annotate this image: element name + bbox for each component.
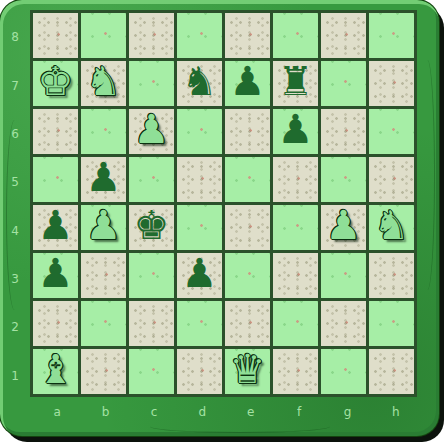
file-label-c: c xyxy=(130,400,178,424)
frame-texture xyxy=(420,60,435,290)
square-f4[interactable] xyxy=(273,205,318,250)
rank-label-4: 4 xyxy=(0,207,30,255)
square-g8[interactable] xyxy=(321,13,366,58)
square-h5[interactable] xyxy=(369,157,414,202)
square-f2[interactable] xyxy=(273,301,318,346)
piece-white-pawn[interactable]: ♟ xyxy=(86,203,122,248)
file-label-h: h xyxy=(372,400,420,424)
rank-label-2: 2 xyxy=(0,303,30,351)
square-a7[interactable]: ♚ xyxy=(33,61,78,106)
square-f8[interactable] xyxy=(273,13,318,58)
square-h1[interactable] xyxy=(369,349,414,394)
piece-white-pawn[interactable]: ♟ xyxy=(134,107,170,152)
square-e7[interactable]: ♟ xyxy=(225,61,270,106)
piece-white-king[interactable]: ♚ xyxy=(38,59,74,104)
piece-black-pawn[interactable]: ♟ xyxy=(182,251,218,296)
square-g4[interactable]: ♟ xyxy=(321,205,366,250)
square-d5[interactable] xyxy=(177,157,222,202)
square-e4[interactable] xyxy=(225,205,270,250)
square-a3[interactable]: ♟ xyxy=(33,253,78,298)
file-label-e: e xyxy=(227,400,275,424)
square-b8[interactable] xyxy=(81,13,126,58)
square-h6[interactable] xyxy=(369,109,414,154)
square-d7[interactable]: ♞ xyxy=(177,61,222,106)
square-g1[interactable] xyxy=(321,349,366,394)
square-e6[interactable] xyxy=(225,109,270,154)
square-d1[interactable] xyxy=(177,349,222,394)
square-e2[interactable] xyxy=(225,301,270,346)
square-c5[interactable] xyxy=(129,157,174,202)
square-g5[interactable] xyxy=(321,157,366,202)
square-c4[interactable]: ♚ xyxy=(129,205,174,250)
square-g2[interactable] xyxy=(321,301,366,346)
file-label-g: g xyxy=(323,400,371,424)
square-c3[interactable] xyxy=(129,253,174,298)
rank-label-7: 7 xyxy=(0,61,30,109)
square-d6[interactable] xyxy=(177,109,222,154)
file-label-f: f xyxy=(275,400,323,424)
piece-black-pawn[interactable]: ♟ xyxy=(86,155,122,200)
square-h2[interactable] xyxy=(369,301,414,346)
square-c7[interactable] xyxy=(129,61,174,106)
square-b2[interactable] xyxy=(81,301,126,346)
square-e3[interactable] xyxy=(225,253,270,298)
file-label-a: a xyxy=(33,400,81,424)
square-a2[interactable] xyxy=(33,301,78,346)
piece-black-pawn[interactable]: ♟ xyxy=(230,59,266,104)
square-c2[interactable] xyxy=(129,301,174,346)
piece-white-knight[interactable]: ♞ xyxy=(374,203,410,248)
square-b5[interactable]: ♟ xyxy=(81,157,126,202)
square-a5[interactable] xyxy=(33,157,78,202)
square-e8[interactable] xyxy=(225,13,270,58)
square-d2[interactable] xyxy=(177,301,222,346)
square-h7[interactable] xyxy=(369,61,414,106)
board-frame: 87654321 ♚♞♞♟♜♟♟♟♟♟♚♟♞♟♟♝♛ abcdefgh xyxy=(0,0,439,436)
rank-label-1: 1 xyxy=(0,352,30,400)
square-f3[interactable] xyxy=(273,253,318,298)
square-e1[interactable]: ♛ xyxy=(225,349,270,394)
square-b1[interactable] xyxy=(81,349,126,394)
file-label-b: b xyxy=(81,400,129,424)
square-a6[interactable] xyxy=(33,109,78,154)
piece-black-rook[interactable]: ♜ xyxy=(278,59,314,104)
rank-label-8: 8 xyxy=(0,13,30,61)
square-d3[interactable]: ♟ xyxy=(177,253,222,298)
square-b4[interactable]: ♟ xyxy=(81,205,126,250)
rank-labels: 87654321 xyxy=(0,13,30,400)
square-a4[interactable]: ♟ xyxy=(33,205,78,250)
chess-board: ♚♞♞♟♜♟♟♟♟♟♚♟♞♟♟♝♛ xyxy=(30,10,417,397)
square-b6[interactable] xyxy=(81,109,126,154)
rank-label-3: 3 xyxy=(0,255,30,303)
piece-black-king[interactable]: ♚ xyxy=(134,203,170,248)
square-h4[interactable]: ♞ xyxy=(369,205,414,250)
square-b7[interactable]: ♞ xyxy=(81,61,126,106)
piece-white-bishop[interactable]: ♝ xyxy=(38,347,74,392)
rank-label-5: 5 xyxy=(0,158,30,206)
square-f1[interactable] xyxy=(273,349,318,394)
square-f7[interactable]: ♜ xyxy=(273,61,318,106)
file-labels: abcdefgh xyxy=(33,400,420,424)
square-a1[interactable]: ♝ xyxy=(33,349,78,394)
square-h8[interactable] xyxy=(369,13,414,58)
square-c6[interactable]: ♟ xyxy=(129,109,174,154)
square-f6[interactable]: ♟ xyxy=(273,109,318,154)
square-h3[interactable] xyxy=(369,253,414,298)
square-g3[interactable] xyxy=(321,253,366,298)
square-c1[interactable] xyxy=(129,349,174,394)
rank-label-6: 6 xyxy=(0,110,30,158)
square-d8[interactable] xyxy=(177,13,222,58)
piece-black-pawn[interactable]: ♟ xyxy=(278,107,314,152)
square-e5[interactable] xyxy=(225,157,270,202)
square-b3[interactable] xyxy=(81,253,126,298)
square-f5[interactable] xyxy=(273,157,318,202)
piece-black-pawn[interactable]: ♟ xyxy=(38,251,74,296)
square-a8[interactable] xyxy=(33,13,78,58)
piece-white-knight[interactable]: ♞ xyxy=(86,59,122,104)
square-c8[interactable] xyxy=(129,13,174,58)
piece-white-pawn[interactable]: ♟ xyxy=(326,203,362,248)
piece-black-pawn[interactable]: ♟ xyxy=(38,203,74,248)
square-g7[interactable] xyxy=(321,61,366,106)
piece-black-knight[interactable]: ♞ xyxy=(182,59,218,104)
piece-white-queen[interactable]: ♛ xyxy=(230,347,266,392)
square-d4[interactable] xyxy=(177,205,222,250)
square-g6[interactable] xyxy=(321,109,366,154)
file-label-d: d xyxy=(178,400,226,424)
